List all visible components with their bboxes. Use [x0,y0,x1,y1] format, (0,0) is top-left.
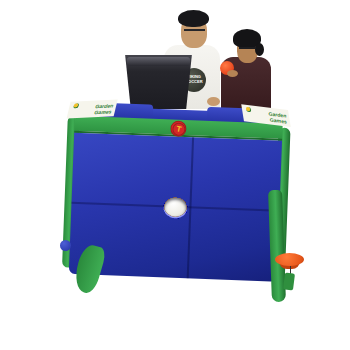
person-right-hair-bun [255,43,264,56]
orange-stool-seat [275,253,304,266]
tree-icon [73,103,79,108]
brand-text: Garden Games [91,102,117,115]
white-disc [164,197,187,217]
board-cell [75,138,276,276]
person-right-hand [227,70,238,77]
disc-grid [75,138,276,276]
person-left-hand [207,97,220,106]
person-left-hair [178,10,209,27]
tree-icon [246,107,252,113]
person-right-glasses [239,47,256,51]
brand-text: Garden Games [265,110,290,125]
hanging-green-tag [283,272,295,290]
garden-games-logo-left: Garden Games [67,99,118,118]
black-bin-rim [127,57,190,66]
person-left-glasses [184,29,205,34]
product-photo-scene: VIKING SOCCER Garden Games Garden Games … [0,0,350,350]
blue-knob [60,240,71,251]
